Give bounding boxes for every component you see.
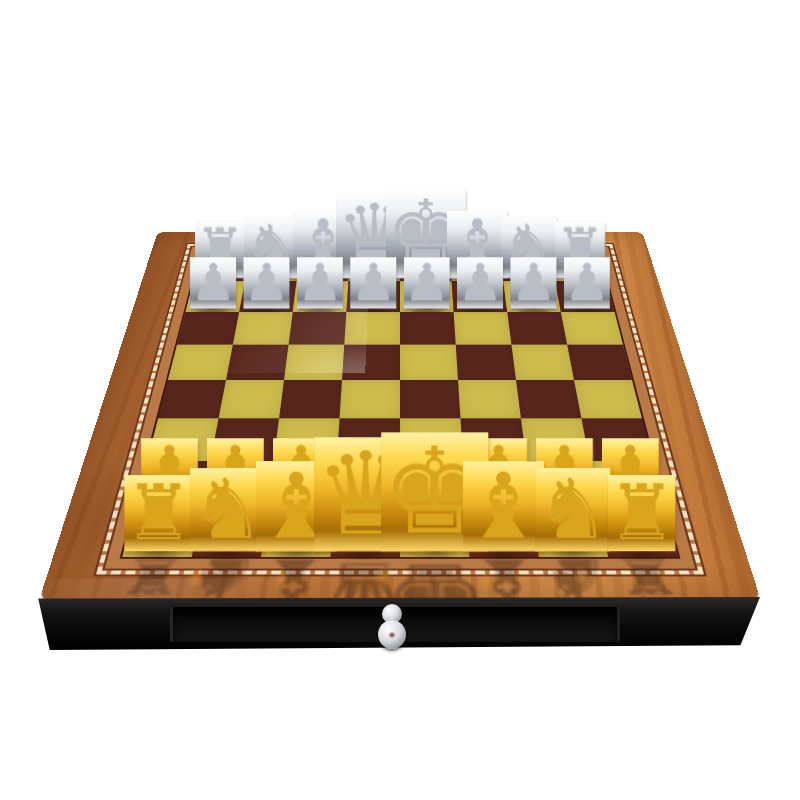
silver-pawn-g7[interactable]: ♟ — [510, 257, 556, 309]
square-g6[interactable] — [507, 312, 567, 345]
square-d6[interactable] — [344, 312, 400, 345]
silver-pawn-h7[interactable]: ♟ — [564, 257, 610, 309]
square-b4[interactable] — [219, 380, 284, 419]
square-g4[interactable] — [516, 380, 581, 419]
gold-knight-g1[interactable]: ♞ — [535, 468, 610, 551]
square-c5[interactable] — [284, 344, 344, 380]
gold-bishop-f1[interactable]: ♝ — [463, 461, 544, 551]
square-f5[interactable] — [456, 344, 516, 380]
square-h7[interactable]: ♟♟ — [555, 281, 614, 311]
square-b5[interactable] — [226, 344, 289, 380]
square-e7[interactable]: ♟♟ — [400, 281, 454, 311]
silver-pawn-d7[interactable]: ♟ — [350, 257, 396, 309]
square-e6[interactable] — [400, 312, 456, 345]
silver-pawn-e7[interactable]: ♟ — [404, 257, 450, 309]
square-d7[interactable]: ♟♟ — [346, 281, 400, 311]
square-d5[interactable] — [342, 344, 400, 380]
square-h6[interactable] — [561, 312, 623, 345]
square-a7[interactable]: ♟♟ — [186, 281, 245, 311]
silver-pawn-c7[interactable]: ♟ — [297, 257, 343, 309]
knob-lower-ball — [378, 620, 406, 649]
silver-pawn-b7[interactable]: ♟ — [243, 257, 289, 309]
square-e4[interactable] — [400, 380, 460, 419]
square-b6[interactable] — [233, 312, 293, 345]
square-f7[interactable]: ♟♟ — [452, 281, 508, 311]
square-c7[interactable]: ♟♟ — [293, 281, 349, 311]
gold-rook-a1[interactable]: ♜ — [124, 475, 192, 551]
gold-rook-h1[interactable]: ♜ — [607, 475, 675, 551]
square-g5[interactable] — [511, 344, 574, 380]
chess-set-product-photo: ♜♜♞♞♝♝♛♛♚♚♝♝♞♞♜♜♟♟♟♟♟♟♟♟♟♟♟♟♟♟♟♟♟♟♟♟♟♟♟♟… — [0, 0, 800, 800]
piece-reflection: ♜ — [113, 550, 191, 601]
square-d4[interactable] — [340, 380, 400, 419]
silver-pawn-a7[interactable]: ♟ — [190, 257, 236, 309]
square-f4[interactable] — [458, 380, 521, 419]
square-e5[interactable] — [400, 344, 458, 380]
piece-reflection: ♜ — [609, 550, 687, 601]
square-a6[interactable] — [177, 312, 239, 345]
square-b7[interactable]: ♟♟ — [239, 281, 297, 311]
square-h4[interactable] — [574, 380, 642, 419]
square-c6[interactable] — [289, 312, 347, 345]
drawer-knob[interactable] — [374, 604, 410, 652]
board-grid: ♜♜♞♞♝♝♛♛♚♚♝♝♞♞♜♜♟♟♟♟♟♟♟♟♟♟♟♟♟♟♟♟♟♟♟♟♟♟♟♟… — [120, 252, 681, 559]
square-g7[interactable]: ♟♟ — [503, 281, 561, 311]
square-e1[interactable]: ♚♚ — [400, 506, 469, 556]
gold-knight-b1[interactable]: ♞ — [190, 468, 265, 551]
square-g1[interactable]: ♞♞ — [532, 506, 608, 556]
square-f1[interactable]: ♝♝ — [466, 506, 539, 556]
square-h1[interactable]: ♜♜ — [598, 506, 677, 556]
square-a4[interactable] — [158, 380, 226, 419]
square-a5[interactable] — [168, 344, 233, 380]
square-f6[interactable] — [454, 312, 512, 345]
silver-pawn-f7[interactable]: ♟ — [457, 257, 503, 309]
square-c4[interactable] — [279, 380, 342, 419]
square-h5[interactable] — [567, 344, 632, 380]
chess-board: ♜♜♞♞♝♝♛♛♚♚♝♝♞♞♜♜♟♟♟♟♟♟♟♟♟♟♟♟♟♟♟♟♟♟♟♟♟♟♟♟… — [39, 232, 761, 601]
